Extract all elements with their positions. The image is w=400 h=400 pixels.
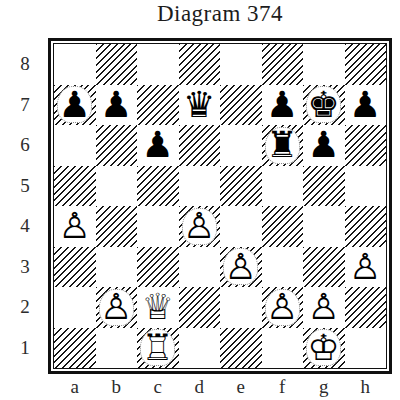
white-queen-c2: ♕ (141, 290, 174, 325)
black-rook-f6: ♜ (265, 127, 300, 164)
file-label-a: a (54, 375, 96, 399)
square-h2[interactable] (345, 287, 387, 328)
file-label-d: d (179, 375, 221, 399)
board-frame: ♟♟♛♟♚♟♟♜♟♙♙♙♙♙♕♙♙♖♔ (48, 38, 392, 374)
square-f2[interactable]: ♙ (262, 287, 304, 328)
square-a8[interactable] (54, 44, 96, 85)
black-pawn-h7: ♟ (349, 87, 382, 122)
diagram-title: Diagram 374 (48, 1, 392, 31)
square-c8[interactable] (137, 44, 179, 85)
square-g3[interactable] (303, 247, 345, 288)
square-g6[interactable]: ♟ (303, 125, 345, 166)
square-f8[interactable] (262, 44, 304, 85)
rank-label-5: 5 (10, 166, 40, 207)
square-e5[interactable] (220, 166, 262, 207)
file-label-b: b (96, 375, 138, 399)
square-f6[interactable]: ♜ (262, 125, 304, 166)
white-pawn-b2: ♙ (99, 289, 134, 326)
rank-label-6: 6 (10, 125, 40, 166)
file-label-g: g (303, 375, 345, 399)
file-label-e: e (220, 375, 262, 399)
rank-label-1: 1 (10, 328, 40, 369)
square-f3[interactable] (262, 247, 304, 288)
rank-label-8: 8 (10, 44, 40, 85)
square-h1[interactable] (345, 328, 387, 369)
board: ♟♟♛♟♚♟♟♜♟♙♙♙♙♙♕♙♙♖♔ (54, 44, 386, 368)
white-pawn-d4: ♙ (182, 208, 217, 245)
square-h5[interactable] (345, 166, 387, 207)
square-g7[interactable]: ♚ (303, 85, 345, 126)
square-b6[interactable] (96, 125, 138, 166)
file-label-c: c (137, 375, 179, 399)
square-e7[interactable] (220, 85, 262, 126)
black-pawn-f7: ♟ (266, 87, 299, 122)
square-h3[interactable]: ♙ (345, 247, 387, 288)
rank-label-7: 7 (10, 85, 40, 126)
square-f4[interactable] (262, 206, 304, 247)
square-e2[interactable] (220, 287, 262, 328)
square-a5[interactable] (54, 166, 96, 207)
square-h4[interactable] (345, 206, 387, 247)
square-d3[interactable] (179, 247, 221, 288)
square-c4[interactable] (137, 206, 179, 247)
white-pawn-a4: ♙ (58, 209, 91, 244)
square-g5[interactable] (303, 166, 345, 207)
file-label-h: h (345, 375, 387, 399)
square-b3[interactable] (96, 247, 138, 288)
rank-label-2: 2 (10, 287, 40, 328)
square-d5[interactable] (179, 166, 221, 207)
black-pawn-b7: ♟ (100, 87, 133, 122)
square-e3[interactable]: ♙ (220, 247, 262, 288)
square-e1[interactable] (220, 328, 262, 369)
square-b5[interactable] (96, 166, 138, 207)
file-labels: abcdefgh (54, 375, 386, 399)
square-d8[interactable] (179, 44, 221, 85)
square-d7[interactable]: ♛ (179, 85, 221, 126)
square-a6[interactable] (54, 125, 96, 166)
white-pawn-g2: ♙ (307, 290, 340, 325)
square-d1[interactable] (179, 328, 221, 369)
square-c3[interactable] (137, 247, 179, 288)
square-d6[interactable] (179, 125, 221, 166)
square-c5[interactable] (137, 166, 179, 207)
square-b7[interactable]: ♟ (96, 85, 138, 126)
square-a2[interactable] (54, 287, 96, 328)
white-king-g1: ♔ (306, 329, 341, 366)
square-b2[interactable]: ♙ (96, 287, 138, 328)
white-rook-c1: ♖ (140, 329, 175, 366)
square-e6[interactable] (220, 125, 262, 166)
black-pawn-a7: ♟ (57, 86, 92, 123)
square-a7[interactable]: ♟ (54, 85, 96, 126)
square-d2[interactable] (179, 287, 221, 328)
rank-labels: 87654321 (10, 44, 40, 368)
diagram-page: Diagram 374 87654321 ♟♟♛♟♚♟♟♜♟♙♙♙♙♙♕♙♙♖♔… (0, 0, 400, 400)
square-f5[interactable] (262, 166, 304, 207)
square-g4[interactable] (303, 206, 345, 247)
white-pawn-f2: ♙ (265, 289, 300, 326)
square-g8[interactable] (303, 44, 345, 85)
square-f1[interactable] (262, 328, 304, 369)
square-d4[interactable]: ♙ (179, 206, 221, 247)
square-c1[interactable]: ♖ (137, 328, 179, 369)
board-inner-frame: ♟♟♛♟♚♟♟♜♟♙♙♙♙♙♕♙♙♖♔ (53, 43, 387, 369)
square-f7[interactable]: ♟ (262, 85, 304, 126)
square-e8[interactable] (220, 44, 262, 85)
square-a3[interactable] (54, 247, 96, 288)
square-e4[interactable] (220, 206, 262, 247)
rank-label-4: 4 (10, 206, 40, 247)
square-a1[interactable] (54, 328, 96, 369)
square-g1[interactable]: ♔ (303, 328, 345, 369)
black-pawn-c6: ♟ (141, 128, 174, 163)
file-label-f: f (262, 375, 304, 399)
square-a4[interactable]: ♙ (54, 206, 96, 247)
square-h6[interactable] (345, 125, 387, 166)
black-pawn-g6: ♟ (307, 128, 340, 163)
square-h8[interactable] (345, 44, 387, 85)
square-b8[interactable] (96, 44, 138, 85)
square-g2[interactable]: ♙ (303, 287, 345, 328)
square-b4[interactable] (96, 206, 138, 247)
rank-label-3: 3 (10, 247, 40, 288)
square-c6[interactable]: ♟ (137, 125, 179, 166)
square-c2[interactable]: ♕ (137, 287, 179, 328)
black-king-g7: ♚ (306, 86, 341, 123)
square-b1[interactable] (96, 328, 138, 369)
square-c7[interactable] (137, 85, 179, 126)
square-h7[interactable]: ♟ (345, 85, 387, 126)
white-pawn-h3: ♙ (349, 249, 382, 284)
black-queen-d7: ♛ (183, 87, 216, 122)
white-pawn-e3: ♙ (223, 248, 258, 285)
